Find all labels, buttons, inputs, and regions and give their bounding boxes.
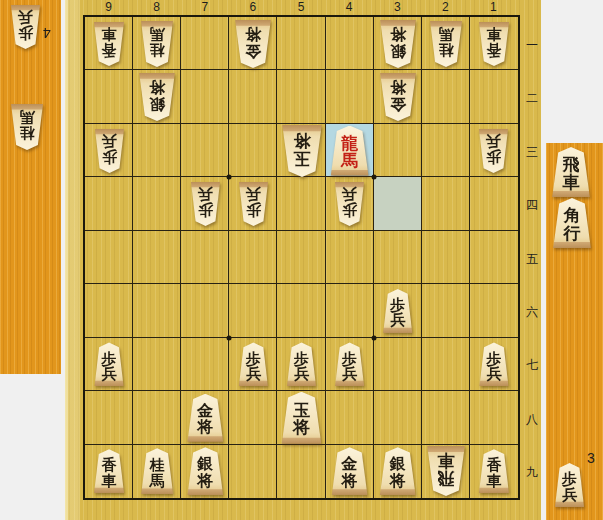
board-cell[interactable] bbox=[229, 445, 277, 498]
board-cell[interactable] bbox=[422, 124, 470, 177]
file-label: 2 bbox=[442, 0, 450, 14]
hand-piece-sente-pawn[interactable]: 歩兵 bbox=[554, 463, 585, 507]
piece-kanji: 金将 bbox=[379, 73, 417, 121]
board-cell[interactable] bbox=[470, 70, 518, 123]
board-cell[interactable] bbox=[181, 284, 229, 337]
board-cell[interactable] bbox=[374, 338, 422, 391]
piece-gote-gold[interactable]: 金将 bbox=[234, 20, 272, 68]
rank-label: 七 bbox=[523, 357, 541, 374]
piece-sente-pawn[interactable]: 歩兵 bbox=[382, 289, 413, 333]
board-cell[interactable] bbox=[277, 284, 325, 337]
piece-kanji: 歩兵 bbox=[238, 182, 269, 226]
board-cell[interactable] bbox=[374, 124, 422, 177]
piece-sente-pawn[interactable]: 歩兵 bbox=[238, 342, 269, 386]
piece-gote-pawn[interactable]: 歩兵 bbox=[94, 129, 125, 173]
piece-kanji: 銀将 bbox=[379, 20, 417, 68]
board-cell[interactable] bbox=[85, 177, 133, 230]
piece-kanji: 飛車 bbox=[426, 446, 466, 496]
board-cell[interactable] bbox=[133, 124, 181, 177]
board-cell[interactable] bbox=[470, 284, 518, 337]
piece-gote-pawn[interactable]: 歩兵 bbox=[334, 182, 365, 226]
piece-gote-silver[interactable]: 銀将 bbox=[379, 20, 417, 68]
hand-piece-sente-bishop[interactable]: 角行 bbox=[552, 198, 592, 248]
rank-label: 二 bbox=[523, 90, 541, 107]
board-cell[interactable] bbox=[229, 231, 277, 284]
piece-sente-pawn[interactable]: 歩兵 bbox=[94, 342, 125, 386]
piece-kanji: 香車 bbox=[478, 22, 510, 66]
board-cell[interactable] bbox=[374, 391, 422, 444]
board-cell[interactable] bbox=[277, 445, 325, 498]
board-cell[interactable] bbox=[326, 231, 374, 284]
piece-sente-king[interactable]: 玉将 bbox=[281, 392, 323, 444]
piece-gote-pawn[interactable]: 歩兵 bbox=[190, 182, 221, 226]
piece-kanji: 桂馬 bbox=[140, 448, 174, 494]
board-cell[interactable] bbox=[229, 391, 277, 444]
board-cell[interactable] bbox=[85, 70, 133, 123]
star-point bbox=[371, 335, 376, 340]
piece-sente-knight[interactable]: 桂馬 bbox=[140, 448, 174, 494]
piece-sente-silver[interactable]: 銀将 bbox=[186, 447, 224, 495]
board-cell[interactable] bbox=[85, 284, 133, 337]
piece-gote-gold[interactable]: 金将 bbox=[379, 73, 417, 121]
piece-sente-lance[interactable]: 香車 bbox=[93, 449, 125, 493]
board-cell[interactable] bbox=[181, 231, 229, 284]
rank-label: 三 bbox=[523, 144, 541, 161]
piece-gote-pawn[interactable]: 歩兵 bbox=[238, 182, 269, 226]
hand-count: 3 bbox=[587, 450, 595, 466]
board-cell[interactable] bbox=[133, 284, 181, 337]
rank-label: 一 bbox=[523, 37, 541, 54]
piece-kanji: 銀将 bbox=[138, 73, 176, 121]
piece-gote-lance[interactable]: 香車 bbox=[93, 22, 125, 66]
piece-gote-rook[interactable]: 飛車 bbox=[426, 446, 466, 496]
piece-sente-gold[interactable]: 金将 bbox=[186, 394, 224, 442]
piece-kanji: 歩兵 bbox=[478, 342, 509, 386]
star-point bbox=[371, 175, 376, 180]
piece-gote-knight[interactable]: 桂馬 bbox=[140, 21, 174, 67]
piece-kanji: 歩兵 bbox=[94, 129, 125, 173]
file-label: 3 bbox=[394, 0, 402, 14]
piece-kanji: 歩兵 bbox=[10, 5, 41, 49]
piece-gote-king[interactable]: 玉将 bbox=[281, 125, 323, 177]
rank-label: 八 bbox=[523, 411, 541, 428]
piece-kanji: 歩兵 bbox=[238, 342, 269, 386]
rank-label: 六 bbox=[523, 304, 541, 321]
file-label: 4 bbox=[346, 0, 354, 14]
board-cell[interactable] bbox=[470, 177, 518, 230]
hand-count: 4 bbox=[43, 25, 51, 41]
piece-sente-gold[interactable]: 金将 bbox=[331, 447, 369, 495]
board-cell[interactable] bbox=[422, 70, 470, 123]
file-label: 1 bbox=[490, 0, 498, 14]
piece-kanji: 銀将 bbox=[379, 447, 417, 495]
board-cell[interactable] bbox=[422, 338, 470, 391]
board-cell[interactable] bbox=[85, 391, 133, 444]
file-label: 7 bbox=[201, 0, 209, 14]
board-cell[interactable] bbox=[470, 231, 518, 284]
piece-kanji: 金将 bbox=[234, 20, 272, 68]
hand-piece-gote-knight[interactable]: 桂馬 bbox=[10, 104, 44, 150]
piece-kanji: 香車 bbox=[478, 449, 510, 493]
board-cell[interactable] bbox=[133, 391, 181, 444]
piece-kanji: 桂馬 bbox=[140, 21, 174, 67]
piece-kanji: 玉将 bbox=[281, 125, 323, 177]
board-cell[interactable] bbox=[326, 391, 374, 444]
piece-kanji: 桂馬 bbox=[429, 21, 463, 67]
board-cell[interactable] bbox=[85, 231, 133, 284]
piece-gote-lance[interactable]: 香車 bbox=[478, 22, 510, 66]
piece-kanji: 歩兵 bbox=[94, 342, 125, 386]
piece-kanji: 角行 bbox=[552, 198, 592, 248]
board-cell[interactable] bbox=[326, 17, 374, 70]
piece-kanji: 飛車 bbox=[551, 147, 591, 197]
piece-kanji: 歩兵 bbox=[334, 182, 365, 226]
piece-sente-pawn[interactable]: 歩兵 bbox=[334, 342, 365, 386]
piece-kanji: 歩兵 bbox=[554, 463, 585, 507]
piece-kanji: 歩兵 bbox=[334, 342, 365, 386]
piece-sente-pawn[interactable]: 歩兵 bbox=[286, 342, 317, 386]
piece-kanji: 歩兵 bbox=[382, 289, 413, 333]
board-cell[interactable] bbox=[326, 70, 374, 123]
rank-label: 九 bbox=[523, 464, 541, 481]
piece-kanji: 歩兵 bbox=[286, 342, 317, 386]
board-cell[interactable] bbox=[277, 70, 325, 123]
piece-sente-pawn[interactable]: 歩兵 bbox=[478, 342, 509, 386]
piece-kanji: 金将 bbox=[331, 447, 369, 495]
piece-kanji: 金将 bbox=[186, 394, 224, 442]
board-cell[interactable] bbox=[374, 177, 422, 230]
piece-gote-silver[interactable]: 銀将 bbox=[138, 73, 176, 121]
board-cell[interactable] bbox=[133, 338, 181, 391]
board-cell[interactable] bbox=[181, 124, 229, 177]
file-label: 6 bbox=[250, 0, 258, 14]
piece-kanji: 歩兵 bbox=[478, 129, 509, 173]
piece-kanji: 桂馬 bbox=[10, 104, 44, 150]
board-cell[interactable] bbox=[229, 70, 277, 123]
piece-sente-silver[interactable]: 銀将 bbox=[379, 447, 417, 495]
file-label: 9 bbox=[105, 0, 113, 14]
board-cell[interactable] bbox=[277, 231, 325, 284]
board-cell[interactable] bbox=[133, 231, 181, 284]
board-cell[interactable] bbox=[229, 284, 277, 337]
piece-kanji: 歩兵 bbox=[190, 182, 221, 226]
board-cell[interactable] bbox=[181, 70, 229, 123]
piece-gote-pawn[interactable]: 歩兵 bbox=[478, 129, 509, 173]
piece-sente-promoted-bishop[interactable]: 龍馬 bbox=[330, 126, 370, 176]
hand-piece-sente-rook[interactable]: 飛車 bbox=[551, 147, 591, 197]
board-cell[interactable] bbox=[422, 177, 470, 230]
file-label: 5 bbox=[298, 0, 306, 14]
board-cell[interactable] bbox=[229, 124, 277, 177]
board-cell[interactable] bbox=[181, 17, 229, 70]
board-cell[interactable] bbox=[470, 391, 518, 444]
star-point bbox=[227, 175, 232, 180]
shogi-app: 987654321一二三四五六七八九香車桂馬金将銀将桂馬香車銀将金将歩兵玉将龍馬… bbox=[0, 0, 603, 520]
rank-label: 四 bbox=[523, 197, 541, 214]
board-cell[interactable] bbox=[277, 177, 325, 230]
komadai-gote bbox=[0, 0, 61, 374]
piece-kanji: 龍馬 bbox=[330, 126, 370, 176]
board-cell[interactable] bbox=[422, 391, 470, 444]
hand-piece-gote-pawn[interactable]: 歩兵 bbox=[10, 5, 41, 49]
piece-sente-lance[interactable]: 香車 bbox=[478, 449, 510, 493]
board-cell[interactable] bbox=[374, 231, 422, 284]
board-cell[interactable] bbox=[422, 284, 470, 337]
piece-kanji: 玉将 bbox=[281, 392, 323, 444]
board-cell[interactable] bbox=[277, 17, 325, 70]
board-cell[interactable] bbox=[181, 338, 229, 391]
star-point bbox=[227, 335, 232, 340]
file-label: 8 bbox=[153, 0, 161, 14]
rank-label: 五 bbox=[523, 251, 541, 268]
piece-kanji: 銀将 bbox=[186, 447, 224, 495]
board-cell[interactable] bbox=[326, 284, 374, 337]
piece-gote-knight[interactable]: 桂馬 bbox=[429, 21, 463, 67]
piece-kanji: 香車 bbox=[93, 449, 125, 493]
piece-kanji: 香車 bbox=[93, 22, 125, 66]
board-cell[interactable] bbox=[422, 231, 470, 284]
board-cell[interactable] bbox=[133, 177, 181, 230]
